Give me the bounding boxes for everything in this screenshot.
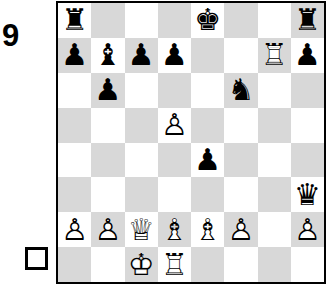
square-d2[interactable]: ♝♗ [158,212,191,247]
square-d4[interactable] [158,143,191,178]
square-h4[interactable] [291,143,324,178]
square-a8[interactable]: ♜ [58,3,91,38]
square-b4[interactable] [91,143,124,178]
white-bishop: ♗ [194,215,221,245]
square-g6[interactable] [258,73,291,108]
square-e4[interactable]: ♟ [191,143,224,178]
square-h7[interactable]: ♟ [291,38,324,73]
square-c4[interactable] [125,143,158,178]
white-pawn: ♙ [161,110,188,140]
square-e8[interactable]: ♚ [191,3,224,38]
square-c5[interactable] [125,108,158,143]
white-bishop: ♗ [161,215,188,245]
chess-board: ♜♚♜♟♝♟♟♜♖♟♟♞♟♙♟♛♟♙♟♙♛♕♝♗♝♗♟♙♟♙♚♔♜♖ [56,1,326,284]
square-e2[interactable]: ♝♗ [191,212,224,247]
square-h6[interactable] [291,73,324,108]
black-bishop: ♝ [94,40,121,70]
black-rook: ♜ [61,5,88,35]
black-king: ♚ [194,5,221,35]
square-d6[interactable] [158,73,191,108]
white-king: ♔ [128,250,155,280]
square-e6[interactable] [191,73,224,108]
black-pawn: ♟ [161,40,188,70]
square-a7[interactable]: ♟ [58,38,91,73]
square-h1[interactable] [291,247,324,282]
black-rook: ♜ [294,5,321,35]
square-b5[interactable] [91,108,124,143]
square-e1[interactable] [191,247,224,282]
square-f4[interactable] [224,143,257,178]
square-f5[interactable] [224,108,257,143]
square-f8[interactable] [224,3,257,38]
white-pawn: ♙ [94,215,121,245]
square-a5[interactable] [58,108,91,143]
black-queen: ♛ [294,180,321,210]
black-knight: ♞ [227,75,254,105]
square-c6[interactable] [125,73,158,108]
black-pawn: ♟ [294,40,321,70]
square-a3[interactable] [58,177,91,212]
black-pawn: ♟ [61,40,88,70]
square-g2[interactable] [258,212,291,247]
square-c7[interactable]: ♟ [125,38,158,73]
white-pawn: ♙ [227,215,254,245]
black-pawn: ♟ [194,145,221,175]
square-h2[interactable]: ♟♙ [291,212,324,247]
white-rook: ♖ [161,250,188,280]
white-pawn: ♙ [61,215,88,245]
square-b6[interactable]: ♟ [91,73,124,108]
white-pawn: ♙ [294,215,321,245]
black-pawn: ♟ [128,40,155,70]
square-e3[interactable] [191,177,224,212]
square-b7[interactable]: ♝ [91,38,124,73]
square-f7[interactable] [224,38,257,73]
white-to-move-indicator [25,247,48,270]
square-e5[interactable] [191,108,224,143]
square-g8[interactable] [258,3,291,38]
square-b1[interactable] [91,247,124,282]
square-f3[interactable] [224,177,257,212]
square-b2[interactable]: ♟♙ [91,212,124,247]
square-h3[interactable]: ♛ [291,177,324,212]
square-h8[interactable]: ♜ [291,3,324,38]
square-b8[interactable] [91,3,124,38]
square-g5[interactable] [258,108,291,143]
square-a2[interactable]: ♟♙ [58,212,91,247]
square-a1[interactable] [58,247,91,282]
square-d5[interactable]: ♟♙ [158,108,191,143]
square-d1[interactable]: ♜♖ [158,247,191,282]
black-pawn: ♟ [94,75,121,105]
square-f1[interactable] [224,247,257,282]
white-rook: ♖ [261,40,288,70]
square-d7[interactable]: ♟ [158,38,191,73]
square-g4[interactable] [258,143,291,178]
square-d3[interactable] [158,177,191,212]
square-g1[interactable] [258,247,291,282]
square-f2[interactable]: ♟♙ [224,212,257,247]
square-f6[interactable]: ♞ [224,73,257,108]
square-a4[interactable] [58,143,91,178]
square-c3[interactable] [125,177,158,212]
square-e7[interactable] [191,38,224,73]
square-g3[interactable] [258,177,291,212]
square-b3[interactable] [91,177,124,212]
square-h5[interactable] [291,108,324,143]
white-queen: ♕ [128,215,155,245]
square-c8[interactable] [125,3,158,38]
square-a6[interactable] [58,73,91,108]
diagram-number: 9 [2,20,19,51]
chess-diagram: 9 ♜♚♜♟♝♟♟♜♖♟♟♞♟♙♟♛♟♙♟♙♛♕♝♗♝♗♟♙♟♙♚♔♜♖ [0,0,332,285]
square-c1[interactable]: ♚♔ [125,247,158,282]
square-d8[interactable] [158,3,191,38]
square-g7[interactable]: ♜♖ [258,38,291,73]
square-c2[interactable]: ♛♕ [125,212,158,247]
